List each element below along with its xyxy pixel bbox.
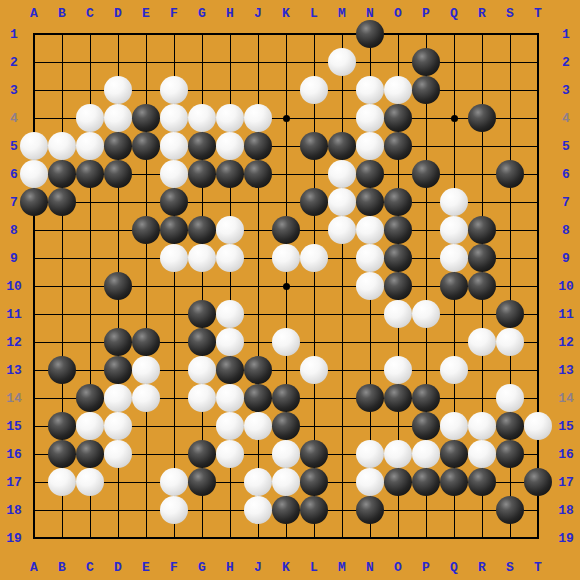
stone-white-G9: [188, 244, 216, 272]
row-label-right-9: 9: [562, 252, 570, 265]
stone-white-M6: [328, 160, 356, 188]
stone-white-N3: [356, 76, 384, 104]
stone-black-D13: [104, 356, 132, 384]
col-label-bottom-L: L: [310, 561, 318, 574]
stone-black-G11: [188, 300, 216, 328]
row-label-right-7: 7: [562, 196, 570, 209]
row-label-right-6: 6: [562, 168, 570, 181]
stone-white-Q15: [440, 412, 468, 440]
stone-black-D6: [104, 160, 132, 188]
stone-white-H14: [216, 384, 244, 412]
col-label-bottom-B: B: [58, 561, 66, 574]
stone-black-K14: [272, 384, 300, 412]
col-label-bottom-A: A: [30, 561, 38, 574]
col-label-bottom-K: K: [282, 561, 290, 574]
stone-black-J5: [244, 132, 272, 160]
col-label-top-N: N: [366, 7, 374, 20]
col-label-bottom-G: G: [198, 561, 206, 574]
stone-black-P6: [412, 160, 440, 188]
stone-white-H16: [216, 440, 244, 468]
row-label-right-18: 18: [558, 504, 574, 517]
stone-white-N17: [356, 468, 384, 496]
stone-black-R10: [468, 272, 496, 300]
stone-black-P2: [412, 48, 440, 76]
stone-black-F8: [160, 216, 188, 244]
col-label-bottom-J: J: [254, 561, 262, 574]
row-label-right-12: 12: [558, 336, 574, 349]
stone-white-N5: [356, 132, 384, 160]
stone-white-R16: [468, 440, 496, 468]
row-label-left-12: 12: [6, 336, 22, 349]
col-label-top-E: E: [142, 7, 150, 20]
stone-black-G5: [188, 132, 216, 160]
row-label-left-11: 11: [6, 308, 22, 321]
stone-black-P3: [412, 76, 440, 104]
stone-black-E5: [132, 132, 160, 160]
stone-white-G4: [188, 104, 216, 132]
stone-black-O10: [384, 272, 412, 300]
stone-black-J13: [244, 356, 272, 384]
stone-white-B17: [48, 468, 76, 496]
stone-white-H4: [216, 104, 244, 132]
stone-white-J18: [244, 496, 272, 524]
stone-white-M7: [328, 188, 356, 216]
stone-black-E12: [132, 328, 160, 356]
row-label-left-4: 4: [10, 112, 18, 125]
stone-black-A7: [20, 188, 48, 216]
col-label-top-S: S: [506, 7, 514, 20]
col-label-top-T: T: [534, 7, 542, 20]
col-label-bottom-D: D: [114, 561, 122, 574]
stone-white-S14: [496, 384, 524, 412]
go-board-canvas: AABBCCDDEEFFGGHHJJKKLLMMNNOOPPQQRRSSTT11…: [0, 0, 580, 580]
stone-white-C15: [76, 412, 104, 440]
col-label-top-Q: Q: [450, 7, 458, 20]
row-label-left-14: 14: [6, 392, 22, 405]
stone-white-L13: [300, 356, 328, 384]
stone-black-L18: [300, 496, 328, 524]
stone-black-G6: [188, 160, 216, 188]
stone-white-K17: [272, 468, 300, 496]
stone-white-H5: [216, 132, 244, 160]
stone-white-H8: [216, 216, 244, 244]
stone-black-H6: [216, 160, 244, 188]
stone-black-O14: [384, 384, 412, 412]
col-label-top-R: R: [478, 7, 486, 20]
stone-black-O7: [384, 188, 412, 216]
row-label-right-19: 19: [558, 532, 574, 545]
stone-white-Q9: [440, 244, 468, 272]
stone-black-L7: [300, 188, 328, 216]
row-label-left-13: 13: [6, 364, 22, 377]
stone-white-P16: [412, 440, 440, 468]
row-label-right-16: 16: [558, 448, 574, 461]
stone-black-P14: [412, 384, 440, 412]
stone-black-B16: [48, 440, 76, 468]
stone-black-G16: [188, 440, 216, 468]
stone-white-F3: [160, 76, 188, 104]
row-label-left-6: 6: [10, 168, 18, 181]
stone-black-R4: [468, 104, 496, 132]
row-label-left-8: 8: [10, 224, 18, 237]
row-label-right-17: 17: [558, 476, 574, 489]
stone-white-N10: [356, 272, 384, 300]
stone-white-D4: [104, 104, 132, 132]
stone-black-B15: [48, 412, 76, 440]
stone-white-O16: [384, 440, 412, 468]
stone-white-M8: [328, 216, 356, 244]
stone-white-J15: [244, 412, 272, 440]
stone-white-F4: [160, 104, 188, 132]
stone-black-K8: [272, 216, 300, 244]
row-label-left-18: 18: [6, 504, 22, 517]
stone-white-D14: [104, 384, 132, 412]
stone-black-O17: [384, 468, 412, 496]
star-point-K4: [283, 115, 290, 122]
stone-white-F9: [160, 244, 188, 272]
stone-black-G17: [188, 468, 216, 496]
stone-white-G14: [188, 384, 216, 412]
stone-white-K9: [272, 244, 300, 272]
row-label-left-19: 19: [6, 532, 22, 545]
stone-black-C14: [76, 384, 104, 412]
stone-black-O4: [384, 104, 412, 132]
stone-white-P11: [412, 300, 440, 328]
col-label-bottom-S: S: [506, 561, 514, 574]
stone-black-S15: [496, 412, 524, 440]
stone-white-L3: [300, 76, 328, 104]
stone-white-K16: [272, 440, 300, 468]
row-label-left-3: 3: [10, 84, 18, 97]
stone-white-R12: [468, 328, 496, 356]
go-board[interactable]: AABBCCDDEEFFGGHHJJKKLLMMNNOOPPQQRRSSTT11…: [0, 0, 580, 580]
stone-black-R9: [468, 244, 496, 272]
stone-white-H9: [216, 244, 244, 272]
row-label-left-1: 1: [10, 28, 18, 41]
stone-white-B5: [48, 132, 76, 160]
col-label-top-A: A: [30, 7, 38, 20]
stone-white-F17: [160, 468, 188, 496]
col-label-top-P: P: [422, 7, 430, 20]
row-label-right-8: 8: [562, 224, 570, 237]
row-label-left-16: 16: [6, 448, 22, 461]
stone-black-Q10: [440, 272, 468, 300]
col-label-top-G: G: [198, 7, 206, 20]
stone-black-D12: [104, 328, 132, 356]
col-label-top-M: M: [338, 7, 346, 20]
row-label-left-10: 10: [6, 280, 22, 293]
col-label-top-H: H: [226, 7, 234, 20]
stone-black-L5: [300, 132, 328, 160]
stone-black-C6: [76, 160, 104, 188]
stone-white-T15: [524, 412, 552, 440]
stone-black-S6: [496, 160, 524, 188]
stone-white-S12: [496, 328, 524, 356]
stone-black-H13: [216, 356, 244, 384]
row-label-left-2: 2: [10, 56, 18, 69]
row-label-left-5: 5: [10, 140, 18, 153]
stone-black-D5: [104, 132, 132, 160]
row-label-right-5: 5: [562, 140, 570, 153]
stone-white-N4: [356, 104, 384, 132]
col-label-bottom-E: E: [142, 561, 150, 574]
row-label-right-15: 15: [558, 420, 574, 433]
stone-white-E14: [132, 384, 160, 412]
stone-black-B13: [48, 356, 76, 384]
stone-black-G8: [188, 216, 216, 244]
stone-black-D10: [104, 272, 132, 300]
col-label-top-B: B: [58, 7, 66, 20]
stone-black-B7: [48, 188, 76, 216]
stone-white-O13: [384, 356, 412, 384]
col-label-bottom-M: M: [338, 561, 346, 574]
row-label-right-10: 10: [558, 280, 574, 293]
stone-white-N9: [356, 244, 384, 272]
stone-black-N1: [356, 20, 384, 48]
col-label-top-F: F: [170, 7, 178, 20]
stone-black-Q16: [440, 440, 468, 468]
col-label-bottom-Q: Q: [450, 561, 458, 574]
star-point-K10: [283, 283, 290, 290]
col-label-bottom-H: H: [226, 561, 234, 574]
col-label-top-D: D: [114, 7, 122, 20]
stone-black-S11: [496, 300, 524, 328]
stone-black-R17: [468, 468, 496, 496]
stone-black-L16: [300, 440, 328, 468]
col-label-top-K: K: [282, 7, 290, 20]
stone-black-O9: [384, 244, 412, 272]
stone-white-K12: [272, 328, 300, 356]
stone-black-N14: [356, 384, 384, 412]
stone-black-S16: [496, 440, 524, 468]
stone-white-A5: [20, 132, 48, 160]
stone-black-E8: [132, 216, 160, 244]
stone-black-K18: [272, 496, 300, 524]
stone-black-N18: [356, 496, 384, 524]
stone-white-J17: [244, 468, 272, 496]
stone-white-F18: [160, 496, 188, 524]
stone-white-L9: [300, 244, 328, 272]
stone-black-O5: [384, 132, 412, 160]
col-label-bottom-N: N: [366, 561, 374, 574]
col-label-bottom-P: P: [422, 561, 430, 574]
stone-white-D3: [104, 76, 132, 104]
col-label-bottom-T: T: [534, 561, 542, 574]
row-label-right-3: 3: [562, 84, 570, 97]
col-label-bottom-R: R: [478, 561, 486, 574]
stone-black-T17: [524, 468, 552, 496]
stone-white-Q8: [440, 216, 468, 244]
stone-black-M5: [328, 132, 356, 160]
row-label-right-14: 14: [558, 392, 574, 405]
stone-white-R15: [468, 412, 496, 440]
col-label-top-C: C: [86, 7, 94, 20]
stone-white-F6: [160, 160, 188, 188]
row-label-left-9: 9: [10, 252, 18, 265]
stone-black-F7: [160, 188, 188, 216]
row-label-left-7: 7: [10, 196, 18, 209]
stone-white-H11: [216, 300, 244, 328]
stone-black-B6: [48, 160, 76, 188]
stone-black-P15: [412, 412, 440, 440]
stone-black-J6: [244, 160, 272, 188]
stone-black-P17: [412, 468, 440, 496]
stone-black-L17: [300, 468, 328, 496]
stone-black-O8: [384, 216, 412, 244]
stone-white-Q13: [440, 356, 468, 384]
stone-black-K15: [272, 412, 300, 440]
stone-white-N16: [356, 440, 384, 468]
stone-white-O11: [384, 300, 412, 328]
stone-white-E13: [132, 356, 160, 384]
col-label-bottom-O: O: [394, 561, 402, 574]
stone-white-D16: [104, 440, 132, 468]
stone-white-C4: [76, 104, 104, 132]
stone-black-N7: [356, 188, 384, 216]
stone-white-G13: [188, 356, 216, 384]
row-label-left-17: 17: [6, 476, 22, 489]
stone-white-F5: [160, 132, 188, 160]
row-label-right-11: 11: [558, 308, 574, 321]
stone-white-J4: [244, 104, 272, 132]
stone-black-E4: [132, 104, 160, 132]
col-label-top-L: L: [310, 7, 318, 20]
stone-black-J14: [244, 384, 272, 412]
stone-white-M2: [328, 48, 356, 76]
stone-black-N6: [356, 160, 384, 188]
stone-black-R8: [468, 216, 496, 244]
stone-white-O3: [384, 76, 412, 104]
stone-white-N8: [356, 216, 384, 244]
stone-black-G12: [188, 328, 216, 356]
stone-white-C5: [76, 132, 104, 160]
stone-white-H12: [216, 328, 244, 356]
stone-white-D15: [104, 412, 132, 440]
stone-white-A6: [20, 160, 48, 188]
stone-black-C16: [76, 440, 104, 468]
col-label-bottom-C: C: [86, 561, 94, 574]
col-label-bottom-F: F: [170, 561, 178, 574]
row-label-right-4: 4: [562, 112, 570, 125]
stone-white-Q7: [440, 188, 468, 216]
star-point-Q4: [451, 115, 458, 122]
col-label-top-O: O: [394, 7, 402, 20]
stone-white-C17: [76, 468, 104, 496]
stone-black-Q17: [440, 468, 468, 496]
row-label-left-15: 15: [6, 420, 22, 433]
row-label-right-13: 13: [558, 364, 574, 377]
row-label-right-1: 1: [562, 28, 570, 41]
stone-white-H15: [216, 412, 244, 440]
row-label-right-2: 2: [562, 56, 570, 69]
stone-black-S18: [496, 496, 524, 524]
col-label-top-J: J: [254, 7, 262, 20]
